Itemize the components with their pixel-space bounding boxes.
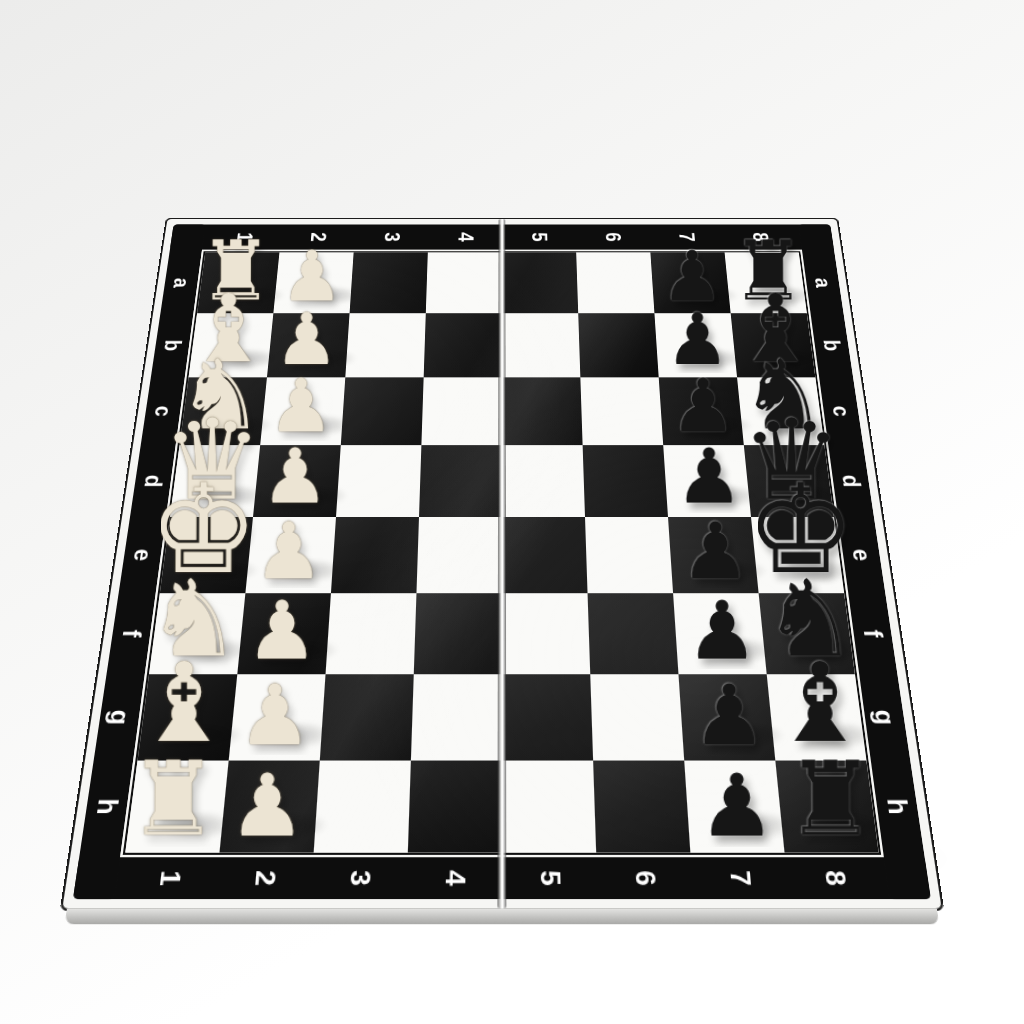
- white-queen-shadow: [193, 484, 267, 507]
- rank-label-4-top: 4: [454, 232, 475, 241]
- black-pawn-shadow: [682, 414, 753, 435]
- black-pawn-shadow: [687, 484, 760, 507]
- white-bishop-shadow: [210, 348, 280, 368]
- white-pawn-shadow: [245, 810, 328, 839]
- file-label-d-left: d: [140, 474, 165, 487]
- black-bishop: ♝: [774, 590, 866, 754]
- rank-label-7-top: 7: [675, 232, 697, 241]
- black-pawn-shadow: [672, 285, 739, 304]
- black-knight-shadow: [761, 414, 833, 435]
- black-queen-shadow: [769, 484, 843, 507]
- rank-label-5-top: 5: [528, 232, 549, 241]
- black-pawn-shadow: [712, 810, 796, 839]
- white-knight-shadow: [173, 637, 252, 663]
- white-pawn: ♟: [229, 590, 320, 754]
- rank-label-2-top: 2: [307, 232, 329, 241]
- black-knight-shadow: [786, 637, 865, 663]
- black-pawn-shadow: [693, 558, 769, 582]
- rank-label-3-top: 3: [381, 232, 403, 241]
- chess-set-photo: 11aa22bb33cc44dd55ee66ff77gg88hh ♜♟♟♜♝♟♟…: [0, 0, 1024, 1024]
- file-label-c-left: c: [151, 405, 176, 416]
- rank-label-1-top: 1: [233, 232, 255, 241]
- file-label-b-right: b: [820, 339, 844, 350]
- white-pawn-shadow: [269, 558, 344, 582]
- black-pawn-shadow: [705, 721, 786, 748]
- white-king-shadow: [183, 558, 259, 582]
- white-pawn-shadow: [288, 348, 357, 368]
- white-rook-shadow: [151, 810, 235, 839]
- file-label-b-left: b: [160, 339, 184, 350]
- white-pawn-shadow: [282, 414, 353, 435]
- black-king-shadow: [777, 558, 854, 582]
- black-pawn-shadow: [699, 637, 777, 663]
- white-pawn-shadow: [294, 285, 361, 304]
- white-pawn-shadow: [253, 721, 333, 748]
- rank-label-8-top: 8: [749, 232, 771, 241]
- white-knight-shadow: [202, 414, 274, 435]
- black-rook-shadow: [747, 285, 815, 304]
- chess-board: 11aa22bb33cc44dd55ee66ff77gg88hh ♜♟♟♜♝♟♟…: [60, 218, 945, 912]
- pieces-layer: ♜♟♟♜♝♟♟♝♞♟♟♞♛♟♟♛♚♟♟♚♞♟♟♞♝♟♟♝♜♟♟♜: [62, 219, 941, 909]
- black-rook-shadow: [804, 810, 888, 839]
- black-bishop-shadow: [754, 348, 824, 368]
- rank-label-6-top: 6: [602, 232, 624, 241]
- white-rook-shadow: [218, 285, 286, 304]
- white-bishop-shadow: [163, 721, 244, 748]
- file-label-c-right: c: [829, 405, 854, 416]
- white-pawn-shadow: [261, 637, 339, 663]
- file-label-a-right: a: [811, 278, 834, 288]
- black-pawn-shadow: [677, 348, 746, 368]
- black-bishop-shadow: [795, 721, 877, 748]
- white-pawn-shadow: [275, 484, 348, 507]
- file-label-d-right: d: [838, 474, 863, 487]
- black-pawn: ♟: [683, 590, 774, 754]
- file-label-a-left: a: [170, 278, 193, 288]
- white-bishop: ♝: [138, 590, 230, 754]
- board-side-edge: [65, 909, 940, 925]
